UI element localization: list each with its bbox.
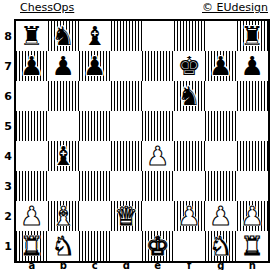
file-labels: abcdefgh — [16, 261, 268, 270]
square-b8[interactable]: ♞ — [48, 21, 80, 51]
square-c3[interactable] — [79, 171, 111, 201]
square-f1[interactable] — [174, 231, 206, 261]
file-label-a: a — [16, 261, 48, 270]
rank-label-7: 7 — [0, 51, 12, 81]
piece-white-pawn: ♟ — [20, 203, 43, 229]
square-c6[interactable] — [79, 81, 111, 111]
piece-black-pawn: ♟ — [209, 53, 232, 79]
piece-white-pawn: ♟ — [178, 203, 201, 229]
piece-white-pawn: ♟ — [146, 143, 169, 169]
square-e2[interactable] — [142, 201, 174, 231]
square-c5[interactable] — [79, 111, 111, 141]
square-h4[interactable] — [237, 141, 269, 171]
piece-black-knight: ♞ — [178, 83, 201, 109]
square-e1[interactable]: ♚ — [142, 231, 174, 261]
square-e4[interactable]: ♟ — [142, 141, 174, 171]
square-d5[interactable] — [111, 111, 143, 141]
file-label-d: d — [111, 261, 143, 270]
square-f4[interactable] — [174, 141, 206, 171]
square-g5[interactable] — [205, 111, 237, 141]
square-d1[interactable] — [111, 231, 143, 261]
square-e7[interactable] — [142, 51, 174, 81]
piece-white-knight: ♞ — [52, 233, 75, 259]
piece-white-knight: ♞ — [209, 233, 232, 259]
piece-white-queen: ♛ — [115, 203, 138, 229]
square-g1[interactable]: ♞ — [205, 231, 237, 261]
square-h2[interactable]: ♟ — [237, 201, 269, 231]
square-a5[interactable] — [16, 111, 48, 141]
piece-black-rook: ♜ — [20, 23, 43, 49]
rank-label-3: 3 — [0, 171, 12, 201]
square-d6[interactable] — [111, 81, 143, 111]
square-f3[interactable] — [174, 171, 206, 201]
square-c7[interactable]: ♟ — [79, 51, 111, 81]
file-label-f: f — [174, 261, 206, 270]
piece-white-rook: ♜ — [241, 233, 264, 259]
piece-white-pawn: ♟ — [209, 203, 232, 229]
square-g4[interactable] — [205, 141, 237, 171]
square-f6[interactable]: ♞ — [174, 81, 206, 111]
square-e6[interactable] — [142, 81, 174, 111]
square-b3[interactable] — [48, 171, 80, 201]
square-g3[interactable] — [205, 171, 237, 201]
square-f2[interactable]: ♟ — [174, 201, 206, 231]
square-a4[interactable] — [16, 141, 48, 171]
square-c1[interactable] — [79, 231, 111, 261]
piece-white-rook: ♜ — [20, 233, 43, 259]
square-d8[interactable] — [111, 21, 143, 51]
square-h5[interactable] — [237, 111, 269, 141]
square-f7[interactable]: ♚ — [174, 51, 206, 81]
piece-white-bishop: ♝ — [52, 203, 75, 229]
rank-label-5: 5 — [0, 111, 12, 141]
square-b7[interactable]: ♟ — [48, 51, 80, 81]
piece-black-bishop: ♝ — [83, 23, 106, 49]
credit-link[interactable]: © EUdesign — [202, 1, 268, 14]
piece-black-pawn: ♟ — [20, 53, 43, 79]
square-e8[interactable] — [142, 21, 174, 51]
piece-black-pawn: ♟ — [83, 53, 106, 79]
square-g6[interactable] — [205, 81, 237, 111]
square-c2[interactable] — [79, 201, 111, 231]
square-b6[interactable] — [48, 81, 80, 111]
piece-black-bishop: ♝ — [52, 143, 75, 169]
square-e3[interactable] — [142, 171, 174, 201]
square-d4[interactable] — [111, 141, 143, 171]
square-c4[interactable] — [79, 141, 111, 171]
square-e5[interactable] — [142, 111, 174, 141]
chessops-page: ChessOps © EUdesign 87654321 ♜♞♝♜♟♟♟♚♟♟♞… — [0, 0, 270, 270]
square-b5[interactable] — [48, 111, 80, 141]
piece-black-knight: ♞ — [52, 23, 75, 49]
square-a8[interactable]: ♜ — [16, 21, 48, 51]
square-c8[interactable]: ♝ — [79, 21, 111, 51]
square-a3[interactable] — [16, 171, 48, 201]
file-label-e: e — [142, 261, 174, 270]
square-h1[interactable]: ♜ — [237, 231, 269, 261]
square-b1[interactable]: ♞ — [48, 231, 80, 261]
rank-label-1: 1 — [0, 231, 12, 261]
file-label-h: h — [237, 261, 269, 270]
square-h7[interactable]: ♟ — [237, 51, 269, 81]
app-title-link[interactable]: ChessOps — [20, 1, 74, 14]
rank-labels: 87654321 — [0, 21, 12, 261]
piece-white-pawn: ♟ — [241, 203, 264, 229]
square-d7[interactable] — [111, 51, 143, 81]
piece-black-pawn: ♟ — [241, 53, 264, 79]
file-label-b: b — [48, 261, 80, 270]
square-b4[interactable]: ♝ — [48, 141, 80, 171]
square-g2[interactable]: ♟ — [205, 201, 237, 231]
square-f8[interactable] — [174, 21, 206, 51]
square-a2[interactable]: ♟ — [16, 201, 48, 231]
piece-black-pawn: ♟ — [52, 53, 75, 79]
rank-label-8: 8 — [0, 21, 12, 51]
square-a7[interactable]: ♟ — [16, 51, 48, 81]
rank-label-2: 2 — [0, 201, 12, 231]
file-label-g: g — [205, 261, 237, 270]
square-h6[interactable] — [237, 81, 269, 111]
square-a1[interactable]: ♜ — [16, 231, 48, 261]
square-b2[interactable]: ♝ — [48, 201, 80, 231]
square-a6[interactable] — [16, 81, 48, 111]
square-d3[interactable] — [111, 171, 143, 201]
square-f5[interactable] — [174, 111, 206, 141]
square-d2[interactable]: ♛ — [111, 201, 143, 231]
square-h3[interactable] — [237, 171, 269, 201]
rank-label-4: 4 — [0, 141, 12, 171]
chess-board: ♜♞♝♜♟♟♟♚♟♟♞♝♟♟♝♛♟♟♟♜♞♚♞♜ — [14, 19, 270, 263]
piece-white-king: ♚ — [146, 233, 169, 259]
rank-label-6: 6 — [0, 81, 12, 111]
square-g7[interactable]: ♟ — [205, 51, 237, 81]
piece-black-rook: ♜ — [241, 23, 264, 49]
square-g8[interactable] — [205, 21, 237, 51]
file-label-c: c — [79, 261, 111, 270]
square-h8[interactable]: ♜ — [237, 21, 269, 51]
piece-black-king: ♚ — [178, 53, 201, 79]
